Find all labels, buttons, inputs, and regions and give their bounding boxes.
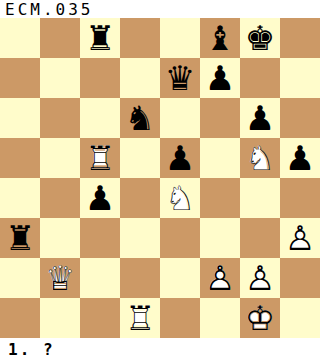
square-g6[interactable]: ♟: [240, 98, 280, 138]
black-pawn[interactable]: ♟: [80, 178, 120, 218]
move-prompt: 1. ?: [8, 340, 55, 359]
square-e3[interactable]: [160, 218, 200, 258]
piece-glyph: ♞: [120, 98, 160, 138]
square-g2[interactable]: ♟♙: [240, 258, 280, 298]
title-bar: ECM.035: [0, 0, 320, 18]
black-rook[interactable]: ♜: [80, 18, 120, 58]
square-a7[interactable]: [0, 58, 40, 98]
square-d2[interactable]: [120, 258, 160, 298]
square-d1[interactable]: ♜♖: [120, 298, 160, 338]
square-b2[interactable]: ♛♕: [40, 258, 80, 298]
square-c2[interactable]: [80, 258, 120, 298]
square-a8[interactable]: [0, 18, 40, 58]
piece-outline: ♙: [200, 258, 240, 298]
square-h2[interactable]: [280, 258, 320, 298]
white-rook[interactable]: ♜♖: [80, 138, 120, 178]
square-d5[interactable]: [120, 138, 160, 178]
black-bishop[interactable]: ♝: [200, 18, 240, 58]
square-c7[interactable]: [80, 58, 120, 98]
white-rook[interactable]: ♜♖: [120, 298, 160, 338]
piece-glyph: ♛: [160, 58, 200, 98]
square-b5[interactable]: [40, 138, 80, 178]
square-d6[interactable]: ♞: [120, 98, 160, 138]
square-e7[interactable]: ♛: [160, 58, 200, 98]
piece-glyph: ♝: [200, 18, 240, 58]
piece-outline: ♘: [240, 138, 280, 178]
puzzle-title: ECM.035: [5, 0, 93, 19]
white-knight[interactable]: ♞♘: [160, 178, 200, 218]
square-h1[interactable]: [280, 298, 320, 338]
square-c5[interactable]: ♜♖: [80, 138, 120, 178]
piece-outline: ♙: [280, 218, 320, 258]
square-d4[interactable]: [120, 178, 160, 218]
square-b3[interactable]: [40, 218, 80, 258]
white-king[interactable]: ♚♔: [240, 298, 280, 338]
square-g7[interactable]: [240, 58, 280, 98]
white-queen[interactable]: ♛♕: [40, 258, 80, 298]
piece-glyph: ♟: [80, 178, 120, 218]
piece-glyph: ♜: [0, 218, 40, 258]
black-rook[interactable]: ♜: [0, 218, 40, 258]
square-c6[interactable]: [80, 98, 120, 138]
black-king[interactable]: ♚: [240, 18, 280, 58]
black-pawn[interactable]: ♟: [240, 98, 280, 138]
piece-glyph: ♟: [240, 98, 280, 138]
square-b6[interactable]: [40, 98, 80, 138]
square-b7[interactable]: [40, 58, 80, 98]
piece-glyph: ♚: [240, 18, 280, 58]
white-pawn[interactable]: ♟♙: [200, 258, 240, 298]
square-a5[interactable]: [0, 138, 40, 178]
piece-glyph: ♟: [200, 58, 240, 98]
square-f3[interactable]: [200, 218, 240, 258]
square-h7[interactable]: [280, 58, 320, 98]
square-g5[interactable]: ♞♘: [240, 138, 280, 178]
square-c4[interactable]: ♟: [80, 178, 120, 218]
square-c1[interactable]: [80, 298, 120, 338]
square-a4[interactable]: [0, 178, 40, 218]
piece-outline: ♕: [40, 258, 80, 298]
white-pawn[interactable]: ♟♙: [240, 258, 280, 298]
square-d7[interactable]: [120, 58, 160, 98]
square-h8[interactable]: [280, 18, 320, 58]
square-f7[interactable]: ♟: [200, 58, 240, 98]
square-d3[interactable]: [120, 218, 160, 258]
square-e1[interactable]: [160, 298, 200, 338]
square-e4[interactable]: ♞♘: [160, 178, 200, 218]
piece-outline: ♖: [80, 138, 120, 178]
square-f2[interactable]: ♟♙: [200, 258, 240, 298]
black-pawn[interactable]: ♟: [200, 58, 240, 98]
white-knight[interactable]: ♞♘: [240, 138, 280, 178]
square-g8[interactable]: ♚: [240, 18, 280, 58]
piece-glyph: ♟: [280, 138, 320, 178]
square-b8[interactable]: [40, 18, 80, 58]
square-a6[interactable]: [0, 98, 40, 138]
piece-glyph: ♟: [160, 138, 200, 178]
piece-outline: ♙: [240, 258, 280, 298]
piece-outline: ♘: [160, 178, 200, 218]
square-b4[interactable]: [40, 178, 80, 218]
square-h6[interactable]: [280, 98, 320, 138]
square-f6[interactable]: [200, 98, 240, 138]
white-pawn[interactable]: ♟♙: [280, 218, 320, 258]
square-e2[interactable]: [160, 258, 200, 298]
square-f5[interactable]: [200, 138, 240, 178]
square-g4[interactable]: [240, 178, 280, 218]
square-a1[interactable]: [0, 298, 40, 338]
piece-outline: ♖: [120, 298, 160, 338]
square-h5[interactable]: ♟: [280, 138, 320, 178]
piece-outline: ♔: [240, 298, 280, 338]
square-f4[interactable]: [200, 178, 240, 218]
black-pawn[interactable]: ♟: [160, 138, 200, 178]
black-pawn[interactable]: ♟: [280, 138, 320, 178]
square-e6[interactable]: [160, 98, 200, 138]
square-h4[interactable]: [280, 178, 320, 218]
square-h3[interactable]: ♟♙: [280, 218, 320, 258]
square-d8[interactable]: [120, 18, 160, 58]
black-knight[interactable]: ♞: [120, 98, 160, 138]
square-a2[interactable]: [0, 258, 40, 298]
black-queen[interactable]: ♛: [160, 58, 200, 98]
square-e8[interactable]: [160, 18, 200, 58]
status-bar: 1. ?: [0, 338, 320, 360]
square-e5[interactable]: ♟: [160, 138, 200, 178]
square-f8[interactable]: ♝: [200, 18, 240, 58]
square-b1[interactable]: [40, 298, 80, 338]
square-g3[interactable]: [240, 218, 280, 258]
square-g1[interactable]: ♚♔: [240, 298, 280, 338]
square-c8[interactable]: ♜: [80, 18, 120, 58]
square-a3[interactable]: ♜: [0, 218, 40, 258]
square-f1[interactable]: [200, 298, 240, 338]
square-c3[interactable]: [80, 218, 120, 258]
chess-board: ♜♝♚♛♟♞♟♜♖♟♞♘♟♟♞♘♜♟♙♛♕♟♙♟♙♜♖♚♔: [0, 18, 320, 338]
piece-glyph: ♜: [80, 18, 120, 58]
chess-app-window: ECM.035 ♜♝♚♛♟♞♟♜♖♟♞♘♟♟♞♘♜♟♙♛♕♟♙♟♙♜♖♚♔ 1.…: [0, 0, 320, 360]
